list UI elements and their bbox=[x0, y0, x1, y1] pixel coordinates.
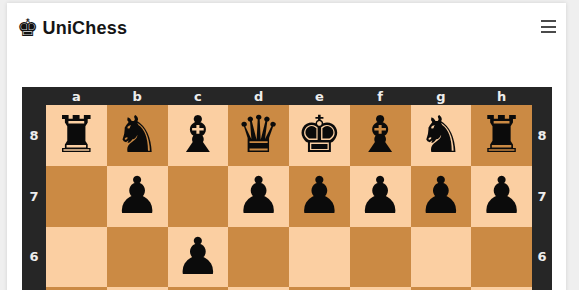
black-pawn: ♟ bbox=[175, 227, 221, 287]
file-label-a: a bbox=[46, 87, 107, 105]
square-a7[interactable] bbox=[46, 166, 107, 227]
square-f6[interactable] bbox=[350, 227, 411, 288]
square-f8[interactable]: ♝ bbox=[350, 105, 411, 166]
black-pawn: ♟ bbox=[418, 166, 464, 226]
rank-label-left-6: 6 bbox=[22, 227, 46, 288]
black-pawn: ♟ bbox=[357, 166, 403, 226]
square-c7[interactable] bbox=[168, 166, 229, 227]
square-c6[interactable]: ♟ bbox=[168, 227, 229, 288]
square-c8[interactable]: ♝ bbox=[168, 105, 229, 166]
square-d7[interactable]: ♟ bbox=[228, 166, 289, 227]
black-knight: ♞ bbox=[114, 105, 160, 165]
black-rook: ♜ bbox=[479, 105, 525, 165]
square-g7[interactable]: ♟ bbox=[411, 166, 472, 227]
app-header: ♚ UniChess bbox=[7, 3, 566, 51]
app-logo[interactable]: ♚ UniChess bbox=[17, 14, 127, 42]
square-g8[interactable]: ♞ bbox=[411, 105, 472, 166]
square-e7[interactable]: ♟ bbox=[289, 166, 350, 227]
square-b7[interactable]: ♟ bbox=[107, 166, 168, 227]
rank-label-left-7: 7 bbox=[22, 166, 46, 227]
page-card: ♚ UniChess abcdefgh8♜♞♝♛♚♝♞♜87♟♟♟♟♟♟76♟6… bbox=[7, 3, 566, 290]
rank-label-right-8: 8 bbox=[532, 105, 552, 166]
file-label-c: c bbox=[168, 87, 229, 105]
square-a6[interactable] bbox=[46, 227, 107, 288]
square-d6[interactable] bbox=[228, 227, 289, 288]
black-king: ♚ bbox=[297, 105, 343, 165]
square-d8[interactable]: ♛ bbox=[228, 105, 289, 166]
file-label-e: e bbox=[289, 87, 350, 105]
board-corner bbox=[22, 87, 46, 105]
file-label-d: d bbox=[228, 87, 289, 105]
chess-board: abcdefgh8♜♞♝♛♚♝♞♜87♟♟♟♟♟♟76♟65544332211a… bbox=[22, 87, 552, 290]
square-h8[interactable]: ♜ bbox=[471, 105, 532, 166]
file-label-g: g bbox=[411, 87, 472, 105]
rank-label-right-7: 7 bbox=[532, 166, 552, 227]
black-pawn: ♟ bbox=[236, 166, 282, 226]
black-knight: ♞ bbox=[418, 105, 464, 165]
black-rook: ♜ bbox=[54, 105, 100, 165]
square-h7[interactable]: ♟ bbox=[471, 166, 532, 227]
file-label-f: f bbox=[350, 87, 411, 105]
square-b6[interactable] bbox=[107, 227, 168, 288]
square-f7[interactable]: ♟ bbox=[350, 166, 411, 227]
black-bishop: ♝ bbox=[357, 105, 403, 165]
board-corner bbox=[532, 87, 552, 105]
file-label-b: b bbox=[107, 87, 168, 105]
square-e8[interactable]: ♚ bbox=[289, 105, 350, 166]
square-h6[interactable] bbox=[471, 227, 532, 288]
rank-label-left-8: 8 bbox=[22, 105, 46, 166]
king-crown-icon: ♚ bbox=[17, 14, 39, 42]
file-label-h: h bbox=[471, 87, 532, 105]
black-pawn: ♟ bbox=[297, 166, 343, 226]
black-pawn: ♟ bbox=[114, 166, 160, 226]
hamburger-menu-icon[interactable] bbox=[541, 20, 557, 33]
square-g6[interactable] bbox=[411, 227, 472, 288]
black-queen: ♛ bbox=[236, 105, 282, 165]
rank-label-right-6: 6 bbox=[532, 227, 552, 288]
board-grid: abcdefgh8♜♞♝♛♚♝♞♜87♟♟♟♟♟♟76♟65544332211a… bbox=[22, 87, 552, 290]
black-bishop: ♝ bbox=[175, 105, 221, 165]
square-a8[interactable]: ♜ bbox=[46, 105, 107, 166]
square-b8[interactable]: ♞ bbox=[107, 105, 168, 166]
black-pawn: ♟ bbox=[479, 166, 525, 226]
square-e6[interactable] bbox=[289, 227, 350, 288]
app-title: UniChess bbox=[43, 18, 128, 39]
